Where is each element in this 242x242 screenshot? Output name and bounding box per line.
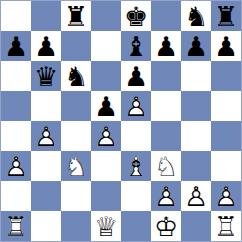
white-bishop-fill: ♝ <box>121 151 151 181</box>
square-d2[interactable] <box>91 181 121 211</box>
piece-white-pawn-icon[interactable]: ♟♙ <box>121 91 151 121</box>
square-f5[interactable] <box>151 91 181 121</box>
square-f1[interactable]: ♚♔ <box>151 211 181 241</box>
white-pawn-fill: ♟ <box>181 181 211 211</box>
square-f2[interactable]: ♟♙ <box>151 181 181 211</box>
square-h3[interactable] <box>211 151 241 181</box>
square-a5[interactable] <box>1 91 31 121</box>
square-a4[interactable] <box>1 121 31 151</box>
square-e8[interactable]: ♚ <box>121 1 151 31</box>
piece-black-king-icon[interactable]: ♚ <box>121 1 151 31</box>
black-bishop-fill: ♝ <box>121 31 151 61</box>
white-knight-fill: ♞ <box>61 151 91 181</box>
piece-white-king-icon[interactable]: ♚♔ <box>151 211 181 241</box>
square-b4[interactable]: ♟♙ <box>31 121 61 151</box>
square-c8[interactable]: ♜ <box>61 1 91 31</box>
piece-white-pawn-icon[interactable]: ♟♙ <box>211 181 241 211</box>
square-d4[interactable]: ♟♙ <box>91 121 121 151</box>
white-rook-outline: ♖ <box>211 211 241 241</box>
white-pawn-outline: ♙ <box>181 181 211 211</box>
white-pawn-outline: ♙ <box>1 151 31 181</box>
square-c7[interactable] <box>61 31 91 61</box>
square-g2[interactable]: ♟♙ <box>181 181 211 211</box>
square-d8[interactable] <box>91 1 121 31</box>
piece-black-bishop-icon[interactable]: ♝ <box>121 31 151 61</box>
black-rook-fill: ♜ <box>61 1 91 31</box>
square-f4[interactable] <box>151 121 181 151</box>
piece-black-rook-icon[interactable]: ♜ <box>61 1 91 31</box>
white-rook-outline: ♖ <box>1 211 31 241</box>
square-g4[interactable] <box>181 121 211 151</box>
square-b2[interactable] <box>31 181 61 211</box>
piece-black-pawn-icon[interactable]: ♟ <box>91 91 121 121</box>
white-pawn-fill: ♟ <box>121 91 151 121</box>
black-pawn-fill: ♟ <box>1 31 31 61</box>
black-rook-fill: ♜ <box>211 1 241 31</box>
black-pawn-fill: ♟ <box>181 31 211 61</box>
white-queen-outline: ♕ <box>91 211 121 241</box>
square-a6[interactable] <box>1 61 31 91</box>
square-d1[interactable]: ♛♕ <box>91 211 121 241</box>
square-b6[interactable]: ♛ <box>31 61 61 91</box>
piece-black-knight-icon[interactable]: ♞ <box>181 1 211 31</box>
white-king-outline: ♔ <box>151 211 181 241</box>
white-rook-fill: ♜ <box>211 211 241 241</box>
black-pawn-fill: ♟ <box>31 31 61 61</box>
square-f3[interactable]: ♞♘ <box>151 151 181 181</box>
square-g5[interactable] <box>181 91 211 121</box>
square-h2[interactable]: ♟♙ <box>211 181 241 211</box>
white-pawn-fill: ♟ <box>91 121 121 151</box>
black-knight-fill: ♞ <box>61 61 91 91</box>
square-f6[interactable] <box>151 61 181 91</box>
white-knight-outline: ♘ <box>151 151 181 181</box>
square-e2[interactable] <box>121 181 151 211</box>
square-d7[interactable] <box>91 31 121 61</box>
white-pawn-outline: ♙ <box>91 121 121 151</box>
piece-white-pawn-icon[interactable]: ♟♙ <box>181 181 211 211</box>
piece-white-queen-icon[interactable]: ♛♕ <box>91 211 121 241</box>
piece-black-pawn-icon[interactable]: ♟ <box>1 31 31 61</box>
square-e3[interactable]: ♝♗ <box>121 151 151 181</box>
square-c4[interactable] <box>61 121 91 151</box>
square-d5[interactable]: ♟ <box>91 91 121 121</box>
square-a3[interactable]: ♟♙ <box>1 151 31 181</box>
piece-black-pawn-icon[interactable]: ♟ <box>181 31 211 61</box>
white-pawn-fill: ♟ <box>211 181 241 211</box>
piece-white-knight-icon[interactable]: ♞♘ <box>151 151 181 181</box>
square-b1[interactable] <box>31 211 61 241</box>
square-e4[interactable] <box>121 121 151 151</box>
white-bishop-outline: ♗ <box>121 151 151 181</box>
piece-white-pawn-icon[interactable]: ♟♙ <box>91 121 121 151</box>
piece-white-pawn-icon[interactable]: ♟♙ <box>31 121 61 151</box>
square-a1[interactable]: ♜♖ <box>1 211 31 241</box>
white-pawn-outline: ♙ <box>151 181 181 211</box>
square-h4[interactable] <box>211 121 241 151</box>
square-c6[interactable]: ♞ <box>61 61 91 91</box>
black-king-fill: ♚ <box>121 1 151 31</box>
white-knight-fill: ♞ <box>151 151 181 181</box>
piece-black-knight-icon[interactable]: ♞ <box>61 61 91 91</box>
piece-white-knight-icon[interactable]: ♞♘ <box>61 151 91 181</box>
piece-black-pawn-icon[interactable]: ♟ <box>211 31 241 61</box>
piece-white-bishop-icon[interactable]: ♝♗ <box>121 151 151 181</box>
square-g8[interactable]: ♞ <box>181 1 211 31</box>
white-pawn-fill: ♟ <box>151 181 181 211</box>
square-e5[interactable]: ♟♙ <box>121 91 151 121</box>
square-a7[interactable]: ♟ <box>1 31 31 61</box>
square-c2[interactable] <box>61 181 91 211</box>
piece-white-pawn-icon[interactable]: ♟♙ <box>151 181 181 211</box>
black-queen-fill: ♛ <box>31 61 61 91</box>
square-h1[interactable]: ♜♖ <box>211 211 241 241</box>
square-a2[interactable] <box>1 181 31 211</box>
square-h8[interactable]: ♜ <box>211 1 241 31</box>
piece-black-rook-icon[interactable]: ♜ <box>211 1 241 31</box>
white-pawn-outline: ♙ <box>31 121 61 151</box>
square-c5[interactable] <box>61 91 91 121</box>
square-g3[interactable] <box>181 151 211 181</box>
white-knight-outline: ♘ <box>61 151 91 181</box>
square-a8[interactable] <box>1 1 31 31</box>
square-g7[interactable]: ♟ <box>181 31 211 61</box>
square-e6[interactable]: ♟ <box>121 61 151 91</box>
white-king-fill: ♚ <box>151 211 181 241</box>
square-e1[interactable] <box>121 211 151 241</box>
white-pawn-outline: ♙ <box>211 181 241 211</box>
square-h7[interactable]: ♟ <box>211 31 241 61</box>
black-pawn-fill: ♟ <box>121 61 151 91</box>
square-h6[interactable] <box>211 61 241 91</box>
piece-white-rook-icon[interactable]: ♜♖ <box>1 211 31 241</box>
piece-black-queen-icon[interactable]: ♛ <box>31 61 61 91</box>
square-b5[interactable] <box>31 91 61 121</box>
black-pawn-fill: ♟ <box>211 31 241 61</box>
square-b3[interactable] <box>31 151 61 181</box>
piece-black-pawn-icon[interactable]: ♟ <box>31 31 61 61</box>
white-rook-fill: ♜ <box>1 211 31 241</box>
square-g1[interactable] <box>181 211 211 241</box>
white-pawn-outline: ♙ <box>121 91 151 121</box>
black-pawn-fill: ♟ <box>91 91 121 121</box>
square-d6[interactable] <box>91 61 121 91</box>
square-f7[interactable]: ♟ <box>151 31 181 61</box>
square-g6[interactable] <box>181 61 211 91</box>
piece-black-pawn-icon[interactable]: ♟ <box>121 61 151 91</box>
square-f8[interactable] <box>151 1 181 31</box>
piece-white-rook-icon[interactable]: ♜♖ <box>211 211 241 241</box>
black-knight-fill: ♞ <box>181 1 211 31</box>
white-pawn-fill: ♟ <box>1 151 31 181</box>
black-pawn-fill: ♟ <box>151 31 181 61</box>
square-e7[interactable]: ♝ <box>121 31 151 61</box>
square-c1[interactable] <box>61 211 91 241</box>
square-b7[interactable]: ♟ <box>31 31 61 61</box>
white-queen-fill: ♛ <box>91 211 121 241</box>
piece-white-pawn-icon[interactable]: ♟♙ <box>1 151 31 181</box>
chess-board: ♜♚♞♜♟♟♝♟♟♟♛♞♟♟♟♙♟♙♟♙♟♙♞♘♝♗♞♘♟♙♟♙♟♙♜♖♛♕♚♔… <box>0 0 242 242</box>
square-d3[interactable] <box>91 151 121 181</box>
piece-black-pawn-icon[interactable]: ♟ <box>151 31 181 61</box>
white-pawn-fill: ♟ <box>31 121 61 151</box>
square-h5[interactable] <box>211 91 241 121</box>
square-c3[interactable]: ♞♘ <box>61 151 91 181</box>
square-b8[interactable] <box>31 1 61 31</box>
